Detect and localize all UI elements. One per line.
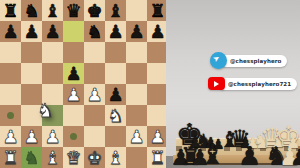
square-d1[interactable]: ♛ — [63, 147, 84, 168]
white-king[interactable]: ♚ — [84, 147, 105, 168]
square-f6[interactable] — [105, 42, 126, 63]
square-e6[interactable] — [84, 42, 105, 63]
square-d6[interactable] — [63, 42, 84, 63]
white-pawn[interactable]: ♟ — [21, 126, 42, 147]
square-g7[interactable]: ♟ — [126, 21, 147, 42]
square-a6[interactable] — [0, 42, 21, 63]
square-a8[interactable]: ♜ — [0, 0, 21, 21]
square-h4[interactable] — [147, 84, 168, 105]
square-h2[interactable]: ♟ — [147, 126, 168, 147]
square-h8[interactable]: ♜ — [147, 0, 168, 21]
black-pawn[interactable]: ♟ — [105, 84, 126, 105]
white-bishop[interactable]: ♝ — [42, 147, 63, 168]
black-king[interactable]: ♚ — [84, 0, 105, 21]
white-bishop[interactable]: ♝ — [105, 147, 126, 168]
square-c1[interactable]: ♝ — [42, 147, 63, 168]
square-g5[interactable] — [126, 63, 147, 84]
white-pawn[interactable]: ♟ — [126, 126, 147, 147]
square-c5[interactable] — [42, 63, 63, 84]
white-pawn[interactable]: ♟ — [147, 126, 168, 147]
square-g3[interactable] — [126, 105, 147, 126]
square-f2[interactable] — [105, 126, 126, 147]
square-d4[interactable]: ♟ — [63, 84, 84, 105]
black-rook[interactable]: ♜ — [147, 0, 168, 21]
youtube-handle: @chessplayhero721 — [228, 81, 291, 87]
square-g2[interactable]: ♟ — [126, 126, 147, 147]
white-knight[interactable]: ♞ — [105, 105, 126, 126]
square-e4[interactable]: ♟ — [84, 84, 105, 105]
black-bishop[interactable]: ♝ — [105, 0, 126, 21]
black-pawn[interactable]: ♟ — [21, 21, 42, 42]
black-pawn[interactable]: ♟ — [42, 21, 63, 42]
photo-piece-black-pawn: ♟ — [290, 147, 300, 168]
telegram-handle: @chessplayhero — [230, 58, 281, 64]
black-pawn[interactable]: ♟ — [105, 21, 126, 42]
black-bishop[interactable]: ♝ — [42, 0, 63, 21]
square-b7[interactable]: ♟ — [21, 21, 42, 42]
square-h5[interactable] — [147, 63, 168, 84]
square-e7[interactable]: ♞ — [84, 21, 105, 42]
square-g6[interactable] — [126, 42, 147, 63]
legal-move-dot[interactable] — [70, 133, 77, 140]
telegram-handle-pill[interactable]: @chessplayhero — [220, 55, 287, 67]
square-a3[interactable] — [0, 105, 21, 126]
square-h6[interactable] — [147, 42, 168, 63]
telegram-badge[interactable]: @chessplayhero — [210, 52, 287, 69]
square-b6[interactable] — [21, 42, 42, 63]
black-queen[interactable]: ♛ — [63, 0, 84, 21]
chess-board[interactable]: ♜♞♝♛♚♝♜♟♟♟♞♟♟♟♟♟♟♟♞♟♟♟♟♟♜♞♝♛♚♝♜ — [0, 0, 168, 168]
square-d2[interactable] — [63, 126, 84, 147]
square-c7[interactable]: ♟ — [42, 21, 63, 42]
youtube-badge[interactable]: @chessplayhero721 — [208, 75, 297, 92]
square-e5[interactable] — [84, 63, 105, 84]
square-h3[interactable] — [147, 105, 168, 126]
square-h7[interactable]: ♟ — [147, 21, 168, 42]
black-pawn[interactable]: ♟ — [63, 63, 84, 84]
black-pawn[interactable]: ♟ — [0, 21, 21, 42]
square-b1[interactable]: ♞ — [21, 147, 42, 168]
square-d7[interactable] — [63, 21, 84, 42]
square-e2[interactable] — [84, 126, 105, 147]
black-pawn[interactable]: ♟ — [126, 21, 147, 42]
square-a7[interactable]: ♟ — [0, 21, 21, 42]
youtube-icon — [208, 77, 225, 90]
square-b5[interactable] — [21, 63, 42, 84]
telegram-icon — [210, 52, 227, 69]
square-a2[interactable]: ♟ — [0, 126, 21, 147]
square-g8[interactable] — [126, 0, 147, 21]
square-e3[interactable] — [84, 105, 105, 126]
white-pawn[interactable]: ♟ — [63, 84, 84, 105]
square-f4[interactable]: ♟ — [105, 84, 126, 105]
dragged-white-knight[interactable]: ♞ — [35, 100, 56, 121]
white-rook[interactable]: ♜ — [147, 147, 168, 168]
youtube-handle-pill[interactable]: @chessplayhero721 — [218, 78, 297, 90]
square-f7[interactable]: ♟ — [105, 21, 126, 42]
square-c2[interactable]: ♟ — [42, 126, 63, 147]
square-f3[interactable]: ♞ — [105, 105, 126, 126]
photo-piece-black-pawn: ♟ — [238, 143, 261, 168]
square-e8[interactable]: ♚ — [84, 0, 105, 21]
square-h1[interactable]: ♜ — [147, 147, 168, 168]
photo-piece-black-bishop: ♝ — [200, 141, 225, 168]
square-e1[interactable]: ♚ — [84, 147, 105, 168]
ghost-knight: ♞ — [21, 147, 42, 168]
square-c8[interactable]: ♝ — [42, 0, 63, 21]
square-f1[interactable]: ♝ — [105, 147, 126, 168]
legal-move-dot[interactable] — [7, 112, 14, 119]
photo-panel: ♚♟♞♟♟♝♛♟♟♞♛♝♚♟♟♜♟♝♟♞♟♟ @chessplayhero @c… — [166, 0, 300, 168]
square-c6[interactable] — [42, 42, 63, 63]
square-d5[interactable]: ♟ — [63, 63, 84, 84]
square-a5[interactable] — [0, 63, 21, 84]
square-g4[interactable] — [126, 84, 147, 105]
square-d8[interactable]: ♛ — [63, 0, 84, 21]
black-knight[interactable]: ♞ — [21, 0, 42, 21]
black-pawn[interactable]: ♟ — [147, 21, 168, 42]
white-pawn[interactable]: ♟ — [0, 126, 21, 147]
square-a1[interactable]: ♜ — [0, 147, 21, 168]
white-queen[interactable]: ♛ — [63, 147, 84, 168]
square-a4[interactable] — [0, 84, 21, 105]
black-knight[interactable]: ♞ — [84, 21, 105, 42]
square-g1[interactable] — [126, 147, 147, 168]
white-rook[interactable]: ♜ — [0, 147, 21, 168]
white-pawn[interactable]: ♟ — [84, 84, 105, 105]
video-thumbnail: ♜♞♝♛♚♝♜♟♟♟♞♟♟♟♟♟♟♟♞♟♟♟♟♟♜♞♝♛♚♝♜ ♞ ♚♟♞♟♟♝… — [0, 0, 300, 168]
white-pawn[interactable]: ♟ — [42, 126, 63, 147]
square-f5[interactable] — [105, 63, 126, 84]
black-rook[interactable]: ♜ — [0, 0, 21, 21]
square-f8[interactable]: ♝ — [105, 0, 126, 21]
square-d3[interactable] — [63, 105, 84, 126]
square-b8[interactable]: ♞ — [21, 0, 42, 21]
square-b2[interactable]: ♟ — [21, 126, 42, 147]
